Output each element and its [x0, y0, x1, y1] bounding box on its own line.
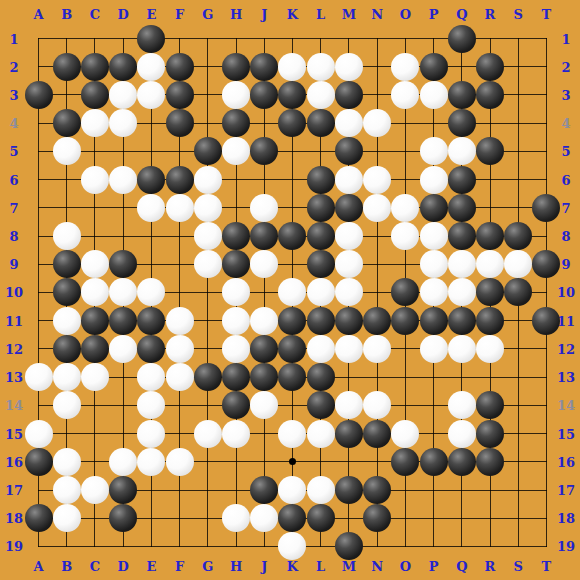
stone-black-L4[interactable]	[307, 109, 335, 137]
stone-white-C13[interactable]	[81, 363, 109, 391]
stone-black-C11[interactable]	[81, 307, 109, 335]
stone-white-P5[interactable]	[420, 137, 448, 165]
column-label-top-F: F	[175, 7, 184, 22]
column-label-bottom-P: P	[429, 559, 439, 574]
stone-black-B10[interactable]	[53, 278, 81, 306]
column-label-top-L: L	[316, 7, 325, 22]
stone-white-K2[interactable]	[278, 53, 306, 81]
stone-black-C12[interactable]	[81, 335, 109, 363]
stone-black-P7[interactable]	[420, 194, 448, 222]
stone-white-C6[interactable]	[81, 166, 109, 194]
column-label-bottom-N: N	[371, 559, 383, 574]
row-label-right-19: 19	[557, 539, 575, 554]
column-label-bottom-D: D	[118, 559, 129, 574]
stone-white-Q14[interactable]	[448, 391, 476, 419]
stone-white-D12[interactable]	[109, 335, 137, 363]
stone-white-B11[interactable]	[53, 307, 81, 335]
row-label-right-16: 16	[557, 454, 575, 469]
stone-white-A13[interactable]	[25, 363, 53, 391]
column-label-bottom-H: H	[230, 559, 242, 574]
stone-black-B12[interactable]	[53, 335, 81, 363]
column-label-bottom-R: R	[485, 559, 496, 574]
stone-black-Q3[interactable]	[448, 81, 476, 109]
stone-white-O7[interactable]	[391, 194, 419, 222]
column-label-top-R: R	[485, 7, 496, 22]
stone-white-B18[interactable]	[53, 504, 81, 532]
stone-white-L3[interactable]	[307, 81, 335, 109]
column-label-bottom-M: M	[342, 559, 356, 574]
stone-black-J2[interactable]	[250, 53, 278, 81]
stone-black-L8[interactable]	[307, 222, 335, 250]
stone-white-Q9[interactable]	[448, 250, 476, 278]
stone-white-M9[interactable]	[335, 250, 363, 278]
row-label-left-6: 6	[9, 172, 18, 187]
stone-white-F12[interactable]	[166, 335, 194, 363]
stone-white-M12[interactable]	[335, 335, 363, 363]
stone-white-G9[interactable]	[194, 250, 222, 278]
stone-white-P8[interactable]	[420, 222, 448, 250]
stone-white-B8[interactable]	[53, 222, 81, 250]
row-label-left-10: 10	[5, 285, 23, 300]
stone-white-K19[interactable]	[278, 532, 306, 560]
stone-white-Q15[interactable]	[448, 420, 476, 448]
row-label-right-9: 9	[561, 257, 570, 272]
stone-white-F13[interactable]	[166, 363, 194, 391]
stone-white-L12[interactable]	[307, 335, 335, 363]
row-label-right-13: 13	[557, 370, 575, 385]
stone-black-P11[interactable]	[420, 307, 448, 335]
row-label-left-3: 3	[9, 87, 18, 102]
stone-black-Q8[interactable]	[448, 222, 476, 250]
stone-black-H8[interactable]	[222, 222, 250, 250]
stone-black-A3[interactable]	[25, 81, 53, 109]
column-label-top-J: J	[261, 7, 267, 22]
stone-black-E6[interactable]	[137, 166, 165, 194]
stone-white-G15[interactable]	[194, 420, 222, 448]
stone-black-R15[interactable]	[476, 420, 504, 448]
stone-white-L10[interactable]	[307, 278, 335, 306]
column-label-top-H: H	[230, 7, 242, 22]
row-label-left-19: 19	[5, 539, 23, 554]
stone-black-B4[interactable]	[53, 109, 81, 137]
column-label-bottom-F: F	[175, 559, 184, 574]
stone-black-T9[interactable]	[532, 250, 560, 278]
column-label-top-T: T	[542, 7, 552, 22]
column-label-top-O: O	[400, 7, 411, 22]
stone-black-Q7[interactable]	[448, 194, 476, 222]
column-label-top-E: E	[146, 7, 156, 22]
stone-white-H15[interactable]	[222, 420, 250, 448]
stone-white-B14[interactable]	[53, 391, 81, 419]
stone-white-C17[interactable]	[81, 476, 109, 504]
row-label-left-9: 9	[9, 257, 18, 272]
stone-white-F16[interactable]	[166, 448, 194, 476]
row-label-left-5: 5	[9, 144, 18, 159]
stone-black-D2[interactable]	[109, 53, 137, 81]
row-label-right-3: 3	[561, 87, 570, 102]
stone-black-H2[interactable]	[222, 53, 250, 81]
stone-black-F3[interactable]	[166, 81, 194, 109]
stone-black-O11[interactable]	[391, 307, 419, 335]
column-label-top-Q: Q	[456, 7, 467, 22]
stone-black-P2[interactable]	[420, 53, 448, 81]
row-label-right-7: 7	[561, 200, 570, 215]
stone-black-G13[interactable]	[194, 363, 222, 391]
stone-black-C2[interactable]	[81, 53, 109, 81]
stone-black-K11[interactable]	[278, 307, 306, 335]
stone-white-O15[interactable]	[391, 420, 419, 448]
row-label-left-15: 15	[5, 426, 23, 441]
stone-black-Q4[interactable]	[448, 109, 476, 137]
stone-black-D17[interactable]	[109, 476, 137, 504]
column-label-bottom-B: B	[61, 559, 72, 574]
row-label-right-10: 10	[557, 285, 575, 300]
stone-white-L17[interactable]	[307, 476, 335, 504]
stone-black-M7[interactable]	[335, 194, 363, 222]
stone-white-H3[interactable]	[222, 81, 250, 109]
column-label-top-C: C	[90, 7, 100, 22]
stone-black-M17[interactable]	[335, 476, 363, 504]
row-label-right-5: 5	[561, 144, 570, 159]
stone-white-H12[interactable]	[222, 335, 250, 363]
stone-black-Q16[interactable]	[448, 448, 476, 476]
stone-white-E7[interactable]	[137, 194, 165, 222]
stone-black-N11[interactable]	[363, 307, 391, 335]
column-label-bottom-C: C	[90, 559, 100, 574]
column-label-top-K: K	[287, 7, 298, 22]
go-board-screenshot: AABBCCDDEEFFGGHHJJKKLLMMNNOOPPQQRRSSTT11…	[0, 0, 580, 580]
stone-white-E2[interactable]	[137, 53, 165, 81]
stone-black-L6[interactable]	[307, 166, 335, 194]
stone-white-E16[interactable]	[137, 448, 165, 476]
column-label-top-A: A	[33, 7, 43, 22]
stone-black-T11[interactable]	[532, 307, 560, 335]
column-label-bottom-O: O	[400, 559, 411, 574]
stone-black-H4[interactable]	[222, 109, 250, 137]
stone-black-M15[interactable]	[335, 420, 363, 448]
stone-black-T7[interactable]	[532, 194, 560, 222]
row-label-left-1: 1	[9, 31, 18, 46]
stone-white-M2[interactable]	[335, 53, 363, 81]
column-label-top-G: G	[202, 7, 213, 22]
stone-black-L18[interactable]	[307, 504, 335, 532]
stone-black-E11[interactable]	[137, 307, 165, 335]
stone-black-R8[interactable]	[476, 222, 504, 250]
column-label-top-N: N	[371, 7, 383, 22]
stone-white-G8[interactable]	[194, 222, 222, 250]
row-label-right-12: 12	[557, 341, 575, 356]
stone-white-H11[interactable]	[222, 307, 250, 335]
column-label-top-D: D	[118, 7, 129, 22]
stone-black-F4[interactable]	[166, 109, 194, 137]
stone-black-D11[interactable]	[109, 307, 137, 335]
stone-white-B16[interactable]	[53, 448, 81, 476]
stone-black-A18[interactable]	[25, 504, 53, 532]
column-label-bottom-T: T	[542, 559, 552, 574]
stone-black-R3[interactable]	[476, 81, 504, 109]
stone-black-L13[interactable]	[307, 363, 335, 391]
column-label-top-B: B	[61, 7, 72, 22]
stone-white-L2[interactable]	[307, 53, 335, 81]
stone-black-Q6[interactable]	[448, 166, 476, 194]
stone-white-O2[interactable]	[391, 53, 419, 81]
stone-white-P12[interactable]	[420, 335, 448, 363]
stone-black-M3[interactable]	[335, 81, 363, 109]
stone-black-B2[interactable]	[53, 53, 81, 81]
stone-white-K15[interactable]	[278, 420, 306, 448]
row-label-left-16: 16	[5, 454, 23, 469]
column-label-bottom-S: S	[514, 559, 523, 574]
stone-white-B13[interactable]	[53, 363, 81, 391]
stone-white-F7[interactable]	[166, 194, 194, 222]
stone-white-R12[interactable]	[476, 335, 504, 363]
stone-white-B17[interactable]	[53, 476, 81, 504]
stone-white-P9[interactable]	[420, 250, 448, 278]
stone-white-J7[interactable]	[250, 194, 278, 222]
stone-black-Q11[interactable]	[448, 307, 476, 335]
stone-white-C4[interactable]	[81, 109, 109, 137]
row-label-left-7: 7	[9, 200, 18, 215]
stone-white-P6[interactable]	[420, 166, 448, 194]
stone-black-R11[interactable]	[476, 307, 504, 335]
stone-white-Q5[interactable]	[448, 137, 476, 165]
stone-white-D6[interactable]	[109, 166, 137, 194]
column-label-bottom-J: J	[261, 559, 267, 574]
stone-black-E1[interactable]	[137, 25, 165, 53]
stone-black-J12[interactable]	[250, 335, 278, 363]
column-label-bottom-Q: Q	[456, 559, 467, 574]
stone-white-M4[interactable]	[335, 109, 363, 137]
stone-black-L9[interactable]	[307, 250, 335, 278]
stone-white-Q12[interactable]	[448, 335, 476, 363]
row-label-left-11: 11	[5, 313, 23, 328]
stone-white-L15[interactable]	[307, 420, 335, 448]
stone-white-N12[interactable]	[363, 335, 391, 363]
stone-black-M19[interactable]	[335, 532, 363, 560]
stone-black-L11[interactable]	[307, 307, 335, 335]
stone-white-P10[interactable]	[420, 278, 448, 306]
row-label-right-17: 17	[557, 483, 575, 498]
stone-white-A15[interactable]	[25, 420, 53, 448]
column-label-bottom-K: K	[287, 559, 298, 574]
stone-black-A16[interactable]	[25, 448, 53, 476]
column-label-top-M: M	[342, 7, 356, 22]
stone-black-M11[interactable]	[335, 307, 363, 335]
stone-black-J3[interactable]	[250, 81, 278, 109]
row-label-right-6: 6	[561, 172, 570, 187]
stone-white-G6[interactable]	[194, 166, 222, 194]
stone-black-L7[interactable]	[307, 194, 335, 222]
stone-black-R2[interactable]	[476, 53, 504, 81]
column-label-bottom-A: A	[33, 559, 43, 574]
row-label-right-18: 18	[557, 511, 575, 526]
column-label-bottom-G: G	[202, 559, 213, 574]
row-label-left-13: 13	[5, 370, 23, 385]
stone-black-F2[interactable]	[166, 53, 194, 81]
stone-black-P16[interactable]	[420, 448, 448, 476]
row-label-left-18: 18	[5, 511, 23, 526]
stone-black-N17[interactable]	[363, 476, 391, 504]
row-label-left-12: 12	[5, 341, 23, 356]
stone-white-D16[interactable]	[109, 448, 137, 476]
row-label-left-17: 17	[5, 483, 23, 498]
row-label-right-4: 4	[561, 116, 570, 131]
row-label-left-2: 2	[9, 59, 18, 74]
stone-white-C9[interactable]	[81, 250, 109, 278]
row-label-right-15: 15	[557, 426, 575, 441]
stone-white-M8[interactable]	[335, 222, 363, 250]
stone-white-D3[interactable]	[109, 81, 137, 109]
stone-black-F6[interactable]	[166, 166, 194, 194]
stone-white-N6[interactable]	[363, 166, 391, 194]
stone-white-N7[interactable]	[363, 194, 391, 222]
stone-white-B5[interactable]	[53, 137, 81, 165]
column-label-top-P: P	[429, 7, 439, 22]
stone-white-G7[interactable]	[194, 194, 222, 222]
stone-black-O16[interactable]	[391, 448, 419, 476]
stone-white-M6[interactable]	[335, 166, 363, 194]
stone-black-C3[interactable]	[81, 81, 109, 109]
stone-black-N15[interactable]	[363, 420, 391, 448]
row-label-left-4: 4	[9, 116, 18, 131]
column-label-bottom-L: L	[316, 559, 325, 574]
stone-black-H13[interactable]	[222, 363, 250, 391]
stone-white-E15[interactable]	[137, 420, 165, 448]
row-label-right-8: 8	[561, 229, 570, 244]
stone-white-J11[interactable]	[250, 307, 278, 335]
stone-black-R16[interactable]	[476, 448, 504, 476]
stone-black-Q1[interactable]	[448, 25, 476, 53]
row-label-left-14: 14	[5, 398, 23, 413]
stone-black-G5[interactable]	[194, 137, 222, 165]
row-label-right-1: 1	[561, 31, 570, 46]
row-label-left-8: 8	[9, 229, 18, 244]
stone-white-F11[interactable]	[166, 307, 194, 335]
row-label-right-2: 2	[561, 59, 570, 74]
stone-black-B9[interactable]	[53, 250, 81, 278]
stone-black-L14[interactable]	[307, 391, 335, 419]
stone-white-P3[interactable]	[420, 81, 448, 109]
column-label-bottom-E: E	[146, 559, 156, 574]
column-label-top-S: S	[514, 7, 523, 22]
row-label-right-14: 14	[557, 398, 575, 413]
